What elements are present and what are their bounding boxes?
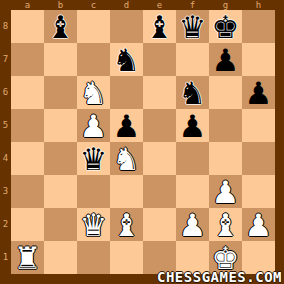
square-c6[interactable]: ♞ xyxy=(77,76,110,109)
square-h5[interactable] xyxy=(242,109,275,142)
rank-label-4: 4 xyxy=(0,142,11,175)
square-d3[interactable] xyxy=(110,175,143,208)
square-e2[interactable] xyxy=(143,208,176,241)
square-d4[interactable]: ♞ xyxy=(110,142,143,175)
square-c5[interactable]: ♟ xyxy=(77,109,110,142)
piece-black-queen-c4: ♛ xyxy=(77,142,110,175)
piece-white-pawn-c5: ♟ xyxy=(77,109,110,142)
file-label-a: a xyxy=(11,0,44,10)
file-label-d: d xyxy=(110,0,143,10)
square-h7[interactable] xyxy=(242,43,275,76)
square-c2[interactable]: ♛ xyxy=(77,208,110,241)
file-label-c: c xyxy=(77,0,110,10)
square-d7[interactable]: ♞ xyxy=(110,43,143,76)
square-c7[interactable] xyxy=(77,43,110,76)
square-e3[interactable] xyxy=(143,175,176,208)
square-f7[interactable] xyxy=(176,43,209,76)
rank-label-5: 5 xyxy=(0,109,11,142)
square-f4[interactable] xyxy=(176,142,209,175)
square-c4[interactable]: ♛ xyxy=(77,142,110,175)
piece-white-bishop-g2: ♝ xyxy=(209,208,242,241)
piece-white-pawn-f2: ♟ xyxy=(176,208,209,241)
square-d5[interactable]: ♟ xyxy=(110,109,143,142)
square-c8[interactable] xyxy=(77,10,110,43)
square-h2[interactable]: ♟ xyxy=(242,208,275,241)
square-e8[interactable]: ♝ xyxy=(143,10,176,43)
square-b6[interactable] xyxy=(44,76,77,109)
square-b5[interactable] xyxy=(44,109,77,142)
square-h6[interactable]: ♟ xyxy=(242,76,275,109)
square-e7[interactable] xyxy=(143,43,176,76)
square-a6[interactable] xyxy=(11,76,44,109)
square-h8[interactable] xyxy=(242,10,275,43)
square-b1[interactable] xyxy=(44,241,77,274)
square-a3[interactable] xyxy=(11,175,44,208)
square-d1[interactable] xyxy=(110,241,143,274)
square-a4[interactable] xyxy=(11,142,44,175)
square-e6[interactable] xyxy=(143,76,176,109)
rank-label-1: 1 xyxy=(0,241,11,274)
square-d2[interactable]: ♝ xyxy=(110,208,143,241)
square-b3[interactable] xyxy=(44,175,77,208)
rank-label-8: 8 xyxy=(0,10,11,43)
piece-black-pawn-d5: ♟ xyxy=(110,109,143,142)
piece-black-pawn-f5: ♟ xyxy=(176,109,209,142)
square-e4[interactable] xyxy=(143,142,176,175)
piece-black-bishop-e8: ♝ xyxy=(143,10,176,43)
chessboard: ♝♝♛♚♞♟♞♞♟♟♟♟♛♞♟♛♝♟♝♟♜♚ xyxy=(11,10,275,274)
square-g5[interactable] xyxy=(209,109,242,142)
square-f2[interactable]: ♟ xyxy=(176,208,209,241)
piece-black-bishop-b8: ♝ xyxy=(44,10,77,43)
square-f6[interactable]: ♞ xyxy=(176,76,209,109)
square-f5[interactable]: ♟ xyxy=(176,109,209,142)
square-e5[interactable] xyxy=(143,109,176,142)
square-h3[interactable] xyxy=(242,175,275,208)
square-d8[interactable] xyxy=(110,10,143,43)
piece-black-pawn-h6: ♟ xyxy=(242,76,275,109)
square-g2[interactable]: ♝ xyxy=(209,208,242,241)
file-label-h: h xyxy=(242,0,275,10)
rank-label-3: 3 xyxy=(0,175,11,208)
square-b4[interactable] xyxy=(44,142,77,175)
piece-white-pawn-h2: ♟ xyxy=(242,208,275,241)
square-g4[interactable] xyxy=(209,142,242,175)
chess-diagram: abcdefgh 87654321 ♝♝♛♚♞♟♞♞♟♟♟♟♛♞♟♛♝♟♝♟♜♚… xyxy=(0,0,284,284)
piece-white-knight-c6: ♞ xyxy=(77,76,110,109)
square-c3[interactable] xyxy=(77,175,110,208)
piece-white-bishop-d2: ♝ xyxy=(110,208,143,241)
square-a2[interactable] xyxy=(11,208,44,241)
square-g3[interactable]: ♟ xyxy=(209,175,242,208)
piece-white-pawn-g3: ♟ xyxy=(209,175,242,208)
square-f3[interactable] xyxy=(176,175,209,208)
square-b8[interactable]: ♝ xyxy=(44,10,77,43)
square-a5[interactable] xyxy=(11,109,44,142)
square-b7[interactable] xyxy=(44,43,77,76)
square-c1[interactable] xyxy=(77,241,110,274)
piece-black-knight-f6: ♞ xyxy=(176,76,209,109)
piece-black-king-g8: ♚ xyxy=(209,10,242,43)
piece-black-knight-d7: ♞ xyxy=(110,43,143,76)
piece-black-pawn-g7: ♟ xyxy=(209,43,242,76)
piece-white-knight-d4: ♞ xyxy=(110,142,143,175)
square-a7[interactable] xyxy=(11,43,44,76)
square-b2[interactable] xyxy=(44,208,77,241)
square-d6[interactable] xyxy=(110,76,143,109)
watermark: CHESSGAMES.COM xyxy=(157,269,282,284)
rank-label-6: 6 xyxy=(0,76,11,109)
square-g7[interactable]: ♟ xyxy=(209,43,242,76)
piece-white-queen-c2: ♛ xyxy=(77,208,110,241)
square-a8[interactable] xyxy=(11,10,44,43)
square-f8[interactable]: ♛ xyxy=(176,10,209,43)
rank-label-7: 7 xyxy=(0,43,11,76)
square-h4[interactable] xyxy=(242,142,275,175)
rank-label-2: 2 xyxy=(0,208,11,241)
square-g8[interactable]: ♚ xyxy=(209,10,242,43)
square-a1[interactable]: ♜ xyxy=(11,241,44,274)
square-g6[interactable] xyxy=(209,76,242,109)
piece-white-rook-a1: ♜ xyxy=(11,241,44,274)
piece-black-queen-f8: ♛ xyxy=(176,10,209,43)
rank-labels: 87654321 xyxy=(0,10,11,274)
